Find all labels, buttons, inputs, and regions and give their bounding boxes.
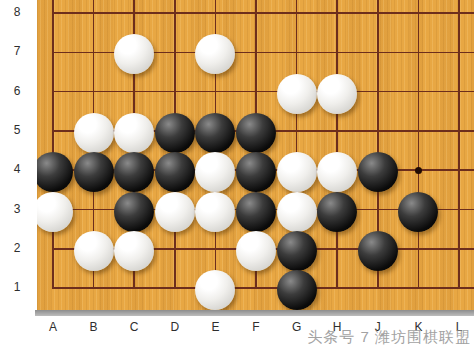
column-label-C: C (122, 320, 146, 334)
black-stone (195, 113, 235, 153)
column-label-G: G (285, 320, 309, 334)
black-stone (398, 192, 438, 232)
column-label-D: D (163, 320, 187, 334)
star-point-K4 (415, 167, 422, 174)
grid-hline-8 (52, 12, 474, 14)
black-stone (155, 152, 195, 192)
white-stone (277, 152, 317, 192)
white-stone (195, 34, 235, 74)
board-edge-shadow (35, 310, 474, 316)
go-diagram-image: 87654321 ABCDEFGHJKL 头条号 7 潍坊围棋联盟 (0, 0, 474, 355)
black-stone (358, 152, 398, 192)
column-label-B: B (82, 320, 106, 334)
grid-vline-H (336, 0, 338, 289)
white-stone (114, 113, 154, 153)
black-stone (37, 152, 73, 192)
white-stone (155, 192, 195, 232)
white-stone (74, 113, 114, 153)
black-stone (114, 192, 154, 232)
row-label-5: 5 (4, 123, 30, 137)
black-stone (358, 231, 398, 271)
column-label-F: F (244, 320, 268, 334)
white-stone (277, 74, 317, 114)
white-stone (236, 231, 276, 271)
row-label-8: 8 (4, 5, 30, 19)
white-stone (317, 152, 357, 192)
column-label-A: A (41, 320, 65, 334)
go-board (37, 0, 474, 310)
grid-hline-6 (52, 91, 474, 93)
black-stone (236, 192, 276, 232)
black-stone (114, 152, 154, 192)
grid-vline-A (52, 0, 54, 289)
white-stone (195, 270, 235, 310)
row-label-4: 4 (4, 162, 30, 176)
white-stone (277, 192, 317, 232)
row-label-6: 6 (4, 84, 30, 98)
black-stone (277, 270, 317, 310)
white-stone (74, 231, 114, 271)
white-stone (195, 192, 235, 232)
row-label-2: 2 (4, 241, 30, 255)
white-stone (114, 231, 154, 271)
row-label-1: 1 (4, 280, 30, 294)
black-stone (236, 152, 276, 192)
row-label-7: 7 (4, 44, 30, 58)
grid-hline-1 (52, 287, 474, 289)
white-stone (195, 152, 235, 192)
black-stone (155, 113, 195, 153)
black-stone (317, 192, 357, 232)
grid-vline-L (458, 0, 460, 289)
white-stone (317, 74, 357, 114)
watermark: 头条号 7 潍坊围棋联盟 (307, 328, 471, 347)
grid-vline-K (418, 0, 420, 289)
black-stone (236, 113, 276, 153)
black-stone (277, 231, 317, 271)
white-stone (37, 192, 73, 232)
white-stone (114, 34, 154, 74)
black-stone (74, 152, 114, 192)
column-label-E: E (203, 320, 227, 334)
row-label-3: 3 (4, 202, 30, 216)
